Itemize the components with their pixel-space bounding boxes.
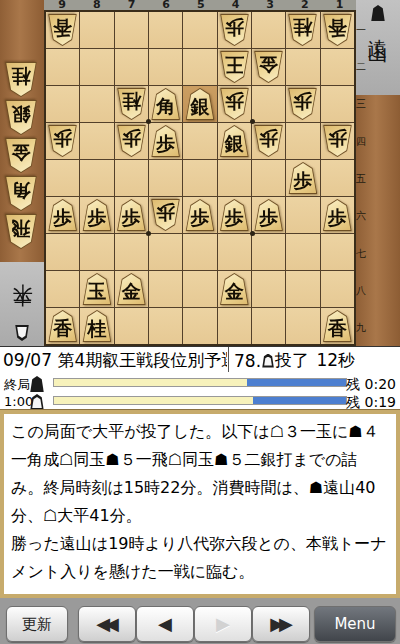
- piece-歩-sente: 歩: [288, 162, 317, 194]
- square-84: [80, 123, 113, 159]
- square-53: 銀: [183, 86, 216, 122]
- square-36: 歩: [252, 197, 285, 233]
- sente-clock-label: 終局: [4, 376, 30, 394]
- square-13: [321, 86, 354, 122]
- square-21: 桂: [286, 12, 319, 48]
- clock-panel: 終局 残 0:20 1:00 残 0:19: [0, 372, 400, 410]
- square-88: 玉: [80, 271, 113, 307]
- square-97: [46, 234, 79, 270]
- square-85: [80, 160, 113, 196]
- square-52: [183, 49, 216, 85]
- status-bar: 09/07 第4期叡王戦段位別予選 78.投了 12秒: [0, 346, 400, 373]
- hoshi-dot: [250, 231, 255, 236]
- fast-forward-icon: ▶▶: [270, 615, 288, 633]
- square-93: [46, 86, 79, 122]
- square-99: 香: [46, 308, 79, 344]
- square-68: [149, 271, 182, 307]
- piece-歩-gote: 歩: [220, 14, 249, 46]
- piece-玉-sente: 玉: [82, 273, 111, 305]
- status-divider: [228, 347, 229, 373]
- square-73: 桂: [115, 86, 148, 122]
- square-77: [115, 234, 148, 270]
- commentary-paragraph: 勝った遠山は19時より八代弥六段との、本戦トーナメント入りを懸けた一戦に臨む。: [11, 530, 389, 586]
- fast-rewind-icon: ◀◀: [96, 615, 114, 633]
- square-54: [183, 123, 216, 159]
- square-59: [183, 308, 216, 344]
- square-22: [286, 49, 319, 85]
- step-back-button[interactable]: ◀: [136, 606, 194, 642]
- square-23: 歩: [286, 86, 319, 122]
- commentary-text[interactable]: この局面で大平が投了した。以下は☖３一玉に☗４一角成☖同玉☗５一飛☖同玉☗５二銀…: [4, 414, 396, 594]
- piece-香-sente: 香: [48, 310, 77, 342]
- update-button[interactable]: 更新: [6, 606, 68, 642]
- piece-歩-sente: 歩: [185, 199, 214, 231]
- rank-label-1: 一: [355, 23, 367, 37]
- file-labels: 987654321: [44, 0, 356, 10]
- piece-銀-sente: 銀: [185, 88, 214, 120]
- white-piece-icon: [15, 325, 29, 341]
- square-37: [252, 234, 285, 270]
- piece-桂-sente: 桂: [82, 310, 111, 342]
- piece-歩-gote: 歩: [151, 199, 180, 231]
- piece-金-sente: 金: [117, 273, 146, 305]
- square-61: [149, 12, 182, 48]
- fast-rewind-button[interactable]: ◀◀: [78, 606, 136, 642]
- square-34: 歩: [252, 123, 285, 159]
- square-19: 香: [321, 308, 354, 344]
- black-piece-icon: [30, 376, 44, 392]
- last-move-status: 78.投了 12秒: [234, 349, 355, 372]
- toolbar: 更新 ◀◀ ◀ ▶ ▶▶ Menu: [0, 598, 400, 644]
- square-17: [321, 234, 354, 270]
- square-86: 歩: [80, 197, 113, 233]
- square-35: [252, 160, 285, 196]
- square-92: [46, 49, 79, 85]
- piece-歩-sente: 歩: [117, 199, 146, 231]
- piece-桂-gote: 桂: [5, 62, 37, 97]
- square-75: [115, 160, 148, 196]
- commentary-paragraph: この局面で大平が投了した。以下は☖３一玉に☗４一角成☖同玉☗５一飛☖同玉☗５二銀…: [11, 418, 389, 530]
- square-14: 歩: [321, 123, 354, 159]
- piece-歩-sente: 歩: [82, 199, 111, 231]
- square-11: 香: [321, 12, 354, 48]
- piece-歩-sente: 歩: [151, 125, 180, 157]
- hoshi-dot: [146, 119, 151, 124]
- square-27: [286, 234, 319, 270]
- board-region: 桂銀金角飛 銀飛 遠山 大平 987654321 香歩桂香王金桂角銀歩歩歩歩歩銀…: [0, 0, 400, 346]
- square-18: [321, 271, 354, 307]
- rank-label-8: 八: [355, 284, 367, 298]
- square-91: 香: [46, 12, 79, 48]
- square-32: 金: [252, 49, 285, 85]
- piece-歩-sente: 歩: [254, 199, 283, 231]
- rank-label-6: 六: [355, 209, 367, 223]
- player-name-toyama: 遠山: [368, 23, 388, 31]
- bottom-nameplate: 大平: [0, 262, 44, 346]
- square-29: [286, 308, 319, 344]
- piece-角-gote: 角: [5, 176, 37, 211]
- square-79: [115, 308, 148, 344]
- square-12: [321, 49, 354, 85]
- square-31: [252, 12, 285, 48]
- square-65: [149, 160, 182, 196]
- rank-label-5: 五: [355, 172, 367, 186]
- square-58: [183, 271, 216, 307]
- piece-銀-sente: 銀: [220, 125, 249, 157]
- square-43: 歩: [218, 86, 251, 122]
- square-69: [149, 308, 182, 344]
- piece-歩-sente: 歩: [220, 199, 249, 231]
- step-forward-icon: ▶: [216, 615, 230, 633]
- square-28: [286, 271, 319, 307]
- piece-王-gote: 王: [220, 51, 249, 83]
- square-72: [115, 49, 148, 85]
- rank-label-3: 三: [355, 97, 367, 111]
- square-82: [80, 49, 113, 85]
- player-name-ohira: 大平: [12, 315, 32, 323]
- hoshi-dot: [250, 119, 255, 124]
- event-title: 09/07 第4期叡王戦段位別予選: [3, 349, 227, 372]
- hoshi-dot: [146, 231, 151, 236]
- square-81: [80, 12, 113, 48]
- piece-歩-gote: 歩: [323, 125, 352, 157]
- square-44: 銀: [218, 123, 251, 159]
- gote-clock-label: 1:00: [4, 394, 33, 409]
- square-78: 金: [115, 271, 148, 307]
- square-76: 歩: [115, 197, 148, 233]
- piece-銀-gote: 銀: [5, 100, 37, 135]
- piece-飛-gote: 飛: [5, 214, 37, 249]
- piece-金-gote: 金: [5, 138, 37, 173]
- square-62: [149, 49, 182, 85]
- square-46: 歩: [218, 197, 251, 233]
- square-56: 歩: [183, 197, 216, 233]
- piece-歩-gote: 歩: [288, 88, 317, 120]
- rank-label-7: 七: [355, 247, 367, 261]
- square-87: [80, 234, 113, 270]
- square-38: [252, 271, 285, 307]
- square-15: [321, 160, 354, 196]
- square-33: [252, 86, 285, 122]
- square-94: 歩: [46, 123, 79, 159]
- rank-label-2: 二: [355, 60, 367, 74]
- square-47: [218, 234, 251, 270]
- square-66: 歩: [149, 197, 182, 233]
- piece-歩-gote: 歩: [220, 88, 249, 120]
- square-49: [218, 308, 251, 344]
- piece-歩-gote: 歩: [117, 125, 146, 157]
- square-39: [252, 308, 285, 344]
- shogi-app: { "game": "shogi", "position": { "sfen":…: [0, 0, 400, 644]
- shogi-board: 香歩桂香王金桂角銀歩歩歩歩歩銀歩歩歩歩歩歩歩歩歩歩歩玉金金香桂香: [44, 10, 356, 346]
- black-piece-icon: [371, 5, 385, 21]
- piece-歩-sente: 歩: [48, 199, 77, 231]
- square-26: [286, 197, 319, 233]
- square-71: [115, 12, 148, 48]
- piece-桂-gote: 桂: [288, 14, 317, 46]
- piece-香-gote: 香: [48, 14, 77, 46]
- commentary-box: この局面で大平が投了した。以下は☖３一玉に☗４一角成☖同玉☗５一飛☖同玉☗５二銀…: [0, 410, 400, 598]
- sente-time-remaining: 残 0:20: [346, 376, 396, 394]
- square-95: [46, 160, 79, 196]
- square-41: 歩: [218, 12, 251, 48]
- piece-歩-sente: 歩: [323, 199, 352, 231]
- piece-角-sente: 角: [151, 88, 180, 120]
- piece-香-gote: 香: [323, 14, 352, 46]
- step-forward-button[interactable]: ▶: [194, 606, 252, 642]
- top-nameplate: 遠山: [356, 0, 400, 95]
- gote-clock-row: 1:00 残 0:19: [0, 393, 400, 409]
- square-67: [149, 234, 182, 270]
- square-89: 桂: [80, 308, 113, 344]
- piece-香-sente: 香: [323, 310, 352, 342]
- square-45: [218, 160, 251, 196]
- square-24: [286, 123, 319, 159]
- square-83: [80, 86, 113, 122]
- piece-金-sente: 金: [220, 273, 249, 305]
- sente-time-bar: [53, 378, 347, 387]
- gote-time-bar: [53, 396, 347, 405]
- square-55: [183, 160, 216, 196]
- square-48: 金: [218, 271, 251, 307]
- square-42: 王: [218, 49, 251, 85]
- white-piece-icon: [262, 354, 274, 368]
- menu-button[interactable]: Menu: [314, 606, 396, 642]
- rank-label-4: 四: [355, 135, 367, 149]
- rank-label-9: 九: [355, 321, 367, 335]
- square-25: 歩: [286, 160, 319, 196]
- gote-hand-pieces: 桂銀金角飛: [5, 62, 41, 249]
- piece-歩-gote: 歩: [48, 125, 77, 157]
- square-74: 歩: [115, 123, 148, 159]
- square-96: 歩: [46, 197, 79, 233]
- square-57: [183, 234, 216, 270]
- piece-歩-gote: 歩: [254, 125, 283, 157]
- step-back-icon: ◀: [158, 615, 172, 633]
- sente-clock-row: 終局 残 0:20: [0, 375, 400, 391]
- square-16: 歩: [321, 197, 354, 233]
- piece-桂-gote: 桂: [117, 88, 146, 120]
- piece-金-gote: 金: [254, 51, 283, 83]
- square-63: 角: [149, 86, 182, 122]
- square-64: 歩: [149, 123, 182, 159]
- square-51: [183, 12, 216, 48]
- square-98: [46, 271, 79, 307]
- fast-forward-button[interactable]: ▶▶: [252, 606, 310, 642]
